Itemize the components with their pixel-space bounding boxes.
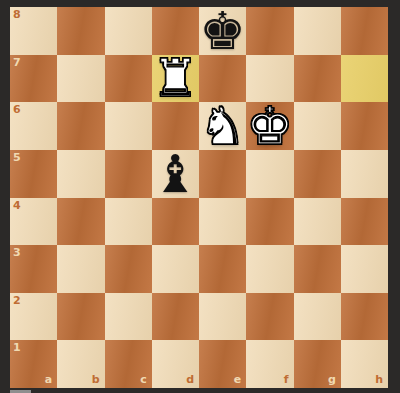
square-f4[interactable]	[246, 198, 293, 246]
square-a5[interactable]: 5	[10, 150, 57, 198]
square-e2[interactable]	[199, 293, 246, 341]
file-label-c: c	[140, 374, 147, 385]
square-b2[interactable]	[57, 293, 104, 341]
square-f3[interactable]	[246, 245, 293, 293]
square-f5[interactable]	[246, 150, 293, 198]
square-e3[interactable]	[199, 245, 246, 293]
square-c5[interactable]	[105, 150, 152, 198]
square-h2[interactable]	[341, 293, 388, 341]
file-label-d: d	[186, 374, 194, 385]
square-g8[interactable]	[294, 7, 341, 55]
file-label-b: b	[92, 374, 100, 385]
square-h5[interactable]	[341, 150, 388, 198]
square-h6[interactable]	[341, 102, 388, 150]
square-b3[interactable]	[57, 245, 104, 293]
square-e5[interactable]	[199, 150, 246, 198]
square-h7[interactable]	[341, 55, 388, 103]
square-e1[interactable]: e	[199, 340, 246, 388]
square-a1[interactable]: 1a	[10, 340, 57, 388]
rank-label-3: 3	[13, 247, 21, 258]
rank-label-8: 8	[13, 9, 21, 20]
square-b1[interactable]: b	[57, 340, 104, 388]
square-b4[interactable]	[57, 198, 104, 246]
square-g5[interactable]	[294, 150, 341, 198]
square-c4[interactable]	[105, 198, 152, 246]
piece-white-knight[interactable]: ♞	[199, 102, 246, 150]
square-a2[interactable]: 2	[10, 293, 57, 341]
square-g4[interactable]	[294, 198, 341, 246]
rank-label-4: 4	[13, 200, 21, 211]
square-f2[interactable]	[246, 293, 293, 341]
square-b8[interactable]	[57, 7, 104, 55]
square-a4[interactable]: 4	[10, 198, 57, 246]
rank-label-2: 2	[13, 295, 21, 306]
square-c8[interactable]	[105, 7, 152, 55]
chess-board: 8♚7♜6♞♚5♝4321abcdefgh	[10, 7, 388, 388]
square-c3[interactable]	[105, 245, 152, 293]
square-e8[interactable]: ♚	[199, 7, 246, 55]
square-d5[interactable]: ♝	[152, 150, 199, 198]
square-f8[interactable]	[246, 7, 293, 55]
file-label-g: g	[328, 374, 336, 385]
square-h8[interactable]	[341, 7, 388, 55]
square-e4[interactable]	[199, 198, 246, 246]
rank-label-1: 1	[13, 342, 21, 353]
square-f6[interactable]: ♚	[246, 102, 293, 150]
square-d1[interactable]: d	[152, 340, 199, 388]
square-d4[interactable]	[152, 198, 199, 246]
square-h1[interactable]: h	[341, 340, 388, 388]
square-a3[interactable]: 3	[10, 245, 57, 293]
square-e6[interactable]: ♞	[199, 102, 246, 150]
piece-black-king[interactable]: ♚	[199, 7, 246, 55]
square-a7[interactable]: 7	[10, 55, 57, 103]
piece-black-bishop[interactable]: ♝	[152, 150, 199, 198]
rank-label-7: 7	[13, 57, 21, 68]
square-c6[interactable]	[105, 102, 152, 150]
square-f1[interactable]: f	[246, 340, 293, 388]
square-c7[interactable]	[105, 55, 152, 103]
square-b5[interactable]	[57, 150, 104, 198]
file-label-f: f	[284, 374, 289, 385]
square-g2[interactable]	[294, 293, 341, 341]
square-g3[interactable]	[294, 245, 341, 293]
square-g1[interactable]: g	[294, 340, 341, 388]
file-label-h: h	[375, 374, 383, 385]
square-b6[interactable]	[57, 102, 104, 150]
piece-white-king[interactable]: ♚	[246, 102, 293, 150]
square-b7[interactable]	[57, 55, 104, 103]
rank-label-5: 5	[13, 152, 21, 163]
square-c1[interactable]: c	[105, 340, 152, 388]
square-a6[interactable]: 6	[10, 102, 57, 150]
square-g6[interactable]	[294, 102, 341, 150]
square-h4[interactable]	[341, 198, 388, 246]
file-label-a: a	[45, 374, 52, 385]
square-d6[interactable]	[152, 102, 199, 150]
square-d2[interactable]	[152, 293, 199, 341]
file-label-e: e	[234, 374, 241, 385]
chess-app-viewport: 8♚7♜6♞♚5♝4321abcdefgh	[0, 0, 400, 393]
piece-white-rook[interactable]: ♜	[152, 55, 199, 103]
square-c2[interactable]	[105, 293, 152, 341]
square-d7[interactable]: ♜	[152, 55, 199, 103]
square-g7[interactable]	[294, 55, 341, 103]
square-h3[interactable]	[341, 245, 388, 293]
square-d3[interactable]	[152, 245, 199, 293]
square-a8[interactable]: 8	[10, 7, 57, 55]
rank-label-6: 6	[13, 104, 21, 115]
